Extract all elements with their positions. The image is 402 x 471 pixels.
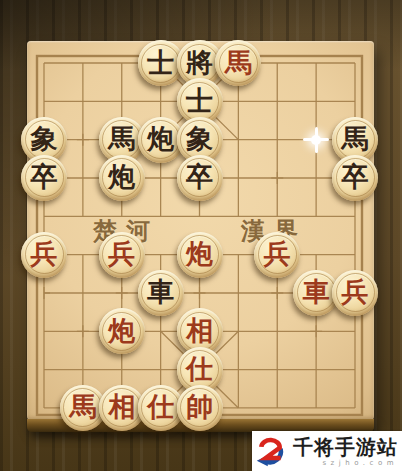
- piece-炮-red[interactable]: 炮: [177, 232, 223, 278]
- piece-character: 馬: [69, 393, 96, 420]
- piece-兵-red[interactable]: 兵: [332, 270, 378, 316]
- piece-character: 車: [303, 278, 330, 305]
- piece-character: 馬: [225, 49, 252, 76]
- piece-character: 兵: [342, 278, 369, 305]
- piece-character: 士: [186, 87, 213, 114]
- watermark-logo-icon: [254, 435, 287, 468]
- piece-character: 卒: [186, 163, 213, 190]
- xiangqi-game-screen: 楚河 漢界 士將馬士象馬炮象馬卒炮卒卒兵兵炮兵車車兵炮相仕馬相仕帥 千将手游站 …: [0, 0, 402, 471]
- piece-character: 卒: [342, 163, 369, 190]
- piece-character: 炮: [186, 240, 213, 267]
- piece-character: 馬: [108, 125, 135, 152]
- piece-帥-red[interactable]: 帥: [177, 385, 223, 431]
- piece-character: 將: [186, 49, 213, 76]
- piece-炮-red[interactable]: 炮: [99, 308, 145, 354]
- piece-character: 兵: [108, 240, 135, 267]
- piece-character: 帥: [186, 393, 213, 420]
- piece-character: 仕: [186, 355, 213, 382]
- piece-炮-black[interactable]: 炮: [99, 155, 145, 201]
- piece-車-black[interactable]: 車: [138, 270, 184, 316]
- piece-character: 象: [186, 125, 213, 152]
- piece-character: 卒: [31, 163, 58, 190]
- watermark-subtitle: szjho.com: [322, 459, 398, 467]
- piece-character: 仕: [147, 393, 174, 420]
- piece-卒-black[interactable]: 卒: [177, 155, 223, 201]
- piece-character: 兵: [31, 240, 58, 267]
- piece-卒-black[interactable]: 卒: [21, 155, 67, 201]
- piece-character: 馬: [342, 125, 369, 152]
- piece-卒-black[interactable]: 卒: [332, 155, 378, 201]
- piece-character: 象: [31, 125, 58, 152]
- piece-character: 炮: [147, 125, 174, 152]
- piece-character: 相: [108, 393, 135, 420]
- watermark-title: 千将手游站: [293, 436, 398, 458]
- piece-character: 炮: [108, 317, 135, 344]
- watermark-text: 千将手游站 szjho.com: [290, 436, 402, 467]
- watermark: 千将手游站 szjho.com: [252, 431, 402, 471]
- piece-character: 相: [186, 317, 213, 344]
- piece-兵-red[interactable]: 兵: [254, 232, 300, 278]
- piece-兵-red[interactable]: 兵: [99, 232, 145, 278]
- piece-character: 士: [147, 49, 174, 76]
- piece-character: 炮: [108, 163, 135, 190]
- piece-character: 兵: [264, 240, 291, 267]
- piece-兵-red[interactable]: 兵: [21, 232, 67, 278]
- piece-character: 車: [147, 278, 174, 305]
